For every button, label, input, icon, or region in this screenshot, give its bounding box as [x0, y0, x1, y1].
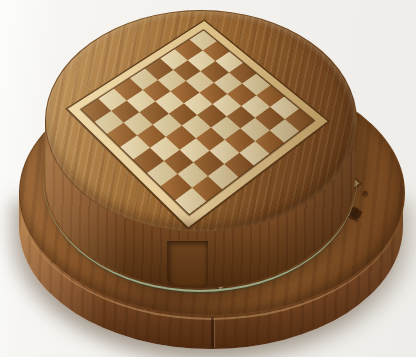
top-box-top-face: [45, 10, 357, 232]
chess-board: [65, 19, 330, 230]
top-drawer-notch[interactable]: [167, 241, 208, 287]
bottom-drawer-seam[interactable]: [211, 317, 214, 348]
chess-board-grid: [82, 30, 314, 214]
photo-backdrop: ® 御聖: [0, 0, 416, 357]
